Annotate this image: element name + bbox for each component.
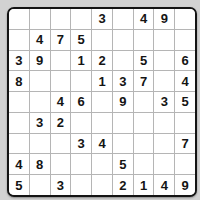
cell-r4c9: 4 — [175, 71, 195, 91]
cell-r6c7[interactable] — [134, 113, 154, 133]
cell-r8c3[interactable] — [51, 154, 71, 174]
cell-r9c5[interactable] — [92, 175, 112, 195]
cell-r1c2[interactable] — [30, 9, 50, 29]
cell-r3c5: 2 — [92, 51, 112, 71]
cell-r1c7: 4 — [134, 9, 154, 29]
cell-r8c4[interactable] — [71, 154, 91, 174]
cell-r7c8[interactable] — [154, 134, 174, 154]
cell-r4c2[interactable] — [30, 71, 50, 91]
cell-r6c4[interactable] — [71, 113, 91, 133]
cell-r1c5: 3 — [92, 9, 112, 29]
cell-r6c1[interactable] — [9, 113, 29, 133]
cell-r2c5[interactable] — [92, 30, 112, 50]
cell-r2c1[interactable] — [9, 30, 29, 50]
cell-r5c9: 5 — [175, 92, 195, 112]
cell-r5c2[interactable] — [30, 92, 50, 112]
cell-r5c3: 4 — [51, 92, 71, 112]
cell-r8c6: 5 — [113, 154, 133, 174]
cell-r9c9: 9 — [175, 175, 195, 195]
cell-r7c4: 3 — [71, 134, 91, 154]
cell-r7c3[interactable] — [51, 134, 71, 154]
cell-r9c1: 5 — [9, 175, 29, 195]
cell-r7c6[interactable] — [113, 134, 133, 154]
cell-r9c4[interactable] — [71, 175, 91, 195]
cell-r8c9[interactable] — [175, 154, 195, 174]
cell-r8c8[interactable] — [154, 154, 174, 174]
cell-r4c1: 8 — [9, 71, 29, 91]
cell-r4c5: 1 — [92, 71, 112, 91]
cell-r2c8[interactable] — [154, 30, 174, 50]
cell-r4c7: 7 — [134, 71, 154, 91]
cell-r3c6[interactable] — [113, 51, 133, 71]
cell-r4c4[interactable] — [71, 71, 91, 91]
cell-r9c6: 2 — [113, 175, 133, 195]
cell-r3c1: 3 — [9, 51, 29, 71]
cell-r5c4: 6 — [71, 92, 91, 112]
sudoku-grid: 349475391256813744693532347485532149 — [9, 9, 195, 195]
cell-r6c5[interactable] — [92, 113, 112, 133]
cell-r6c2: 3 — [30, 113, 50, 133]
cell-r9c7: 1 — [134, 175, 154, 195]
cell-r6c8[interactable] — [154, 113, 174, 133]
cell-r7c5: 4 — [92, 134, 112, 154]
page-background: 349475391256813744693532347485532149 — [0, 0, 200, 200]
cell-r7c1[interactable] — [9, 134, 29, 154]
cell-r5c5[interactable] — [92, 92, 112, 112]
cell-r4c8[interactable] — [154, 71, 174, 91]
cell-r5c6: 9 — [113, 92, 133, 112]
cell-r1c4[interactable] — [71, 9, 91, 29]
cell-r2c9[interactable] — [175, 30, 195, 50]
cell-r3c9: 6 — [175, 51, 195, 71]
cell-r7c9: 7 — [175, 134, 195, 154]
cell-r4c6: 3 — [113, 71, 133, 91]
cell-r5c1[interactable] — [9, 92, 29, 112]
cell-r7c7[interactable] — [134, 134, 154, 154]
cell-r6c6[interactable] — [113, 113, 133, 133]
cell-r1c3[interactable] — [51, 9, 71, 29]
cell-r6c3: 2 — [51, 113, 71, 133]
cell-r1c1[interactable] — [9, 9, 29, 29]
cell-r3c7: 5 — [134, 51, 154, 71]
cell-r3c8[interactable] — [154, 51, 174, 71]
cell-r9c2[interactable] — [30, 175, 50, 195]
cell-r8c1: 4 — [9, 154, 29, 174]
cell-r2c7[interactable] — [134, 30, 154, 50]
cell-r4c3[interactable] — [51, 71, 71, 91]
cell-r3c2: 9 — [30, 51, 50, 71]
cell-r2c6[interactable] — [113, 30, 133, 50]
cell-r1c8: 9 — [154, 9, 174, 29]
cell-r1c6[interactable] — [113, 9, 133, 29]
cell-r2c4: 5 — [71, 30, 91, 50]
cell-r1c9[interactable] — [175, 9, 195, 29]
cell-r7c2[interactable] — [30, 134, 50, 154]
cell-r5c8: 3 — [154, 92, 174, 112]
cell-r5c7[interactable] — [134, 92, 154, 112]
cell-r3c4: 1 — [71, 51, 91, 71]
cell-r8c2: 8 — [30, 154, 50, 174]
cell-r8c7[interactable] — [134, 154, 154, 174]
cell-r8c5[interactable] — [92, 154, 112, 174]
cell-r3c3[interactable] — [51, 51, 71, 71]
cell-r2c2: 4 — [30, 30, 50, 50]
sudoku-board: 349475391256813744693532347485532149 — [7, 7, 197, 197]
cell-r2c3: 7 — [51, 30, 71, 50]
cell-r6c9[interactable] — [175, 113, 195, 133]
cell-r9c3: 3 — [51, 175, 71, 195]
cell-r9c8: 4 — [154, 175, 174, 195]
